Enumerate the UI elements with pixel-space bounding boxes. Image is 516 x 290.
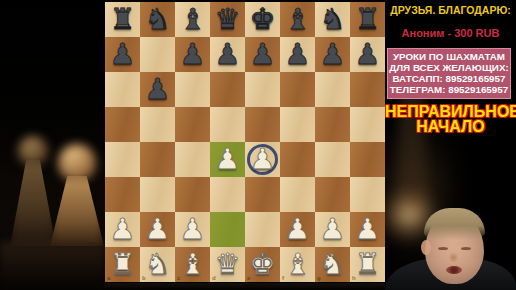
square-d5[interactable] — [210, 107, 245, 142]
square-d3[interactable] — [210, 177, 245, 212]
piece-black-rook[interactable]: ♜ — [350, 2, 385, 37]
square-a4[interactable] — [105, 142, 140, 177]
square-h5[interactable] — [350, 107, 385, 142]
coord-label: d — [212, 275, 216, 281]
piece-white-pawn[interactable]: ♟ — [210, 142, 245, 177]
square-g2[interactable]: ♟ — [315, 212, 350, 247]
headline-line: НАЧАЛО — [385, 119, 516, 134]
coord-label: f — [282, 275, 284, 281]
piece-black-rook[interactable]: ♜ — [105, 2, 140, 37]
piece-black-pawn[interactable]: ♟ — [280, 37, 315, 72]
piece-black-king[interactable]: ♚ — [245, 2, 280, 37]
square-b6[interactable]: ♟ — [140, 72, 175, 107]
square-f3[interactable] — [280, 177, 315, 212]
piece-white-pawn[interactable]: ♟ — [245, 142, 280, 177]
coord-label: h — [352, 275, 356, 281]
piece-black-knight[interactable]: ♞ — [315, 2, 350, 37]
square-c7[interactable]: ♟ — [175, 37, 210, 72]
square-g1[interactable]: ♞g — [315, 247, 350, 282]
coord-label: e — [247, 275, 250, 281]
square-f6[interactable] — [280, 72, 315, 107]
square-b7[interactable] — [140, 37, 175, 72]
coord-label: c — [177, 275, 180, 281]
square-c4[interactable] — [175, 142, 210, 177]
square-h2[interactable]: ♟ — [350, 212, 385, 247]
piece-black-queen[interactable]: ♛ — [210, 2, 245, 37]
square-g8[interactable]: ♞ — [315, 2, 350, 37]
streamer-hair — [424, 208, 485, 240]
board-shadow — [105, 283, 385, 290]
square-g5[interactable] — [315, 107, 350, 142]
square-h6[interactable] — [350, 72, 385, 107]
square-h3[interactable] — [350, 177, 385, 212]
background-chess-photo — [0, 0, 105, 290]
square-b5[interactable] — [140, 107, 175, 142]
piece-white-pawn[interactable]: ♟ — [140, 212, 175, 247]
square-e5[interactable] — [245, 107, 280, 142]
square-h8[interactable]: ♜ — [350, 2, 385, 37]
square-h7[interactable]: ♟ — [350, 37, 385, 72]
piece-white-bishop[interactable]: ♝ — [280, 247, 315, 282]
chess-board: ♜♞♝♛♚♝♞♜♟♟♟♟♟♟♟♟♟♟♟♟♟♟♟♟♜a♞b♝c♛d♚e♝f♞g♜h — [105, 2, 385, 282]
square-a8[interactable]: ♜ — [105, 2, 140, 37]
square-f5[interactable] — [280, 107, 315, 142]
square-f7[interactable]: ♟ — [280, 37, 315, 72]
square-b1[interactable]: ♞b — [140, 247, 175, 282]
square-c5[interactable] — [175, 107, 210, 142]
square-e2[interactable] — [245, 212, 280, 247]
square-d8[interactable]: ♛ — [210, 2, 245, 37]
streamer-nose — [449, 251, 458, 262]
square-a6[interactable] — [105, 72, 140, 107]
piece-white-pawn[interactable]: ♟ — [175, 212, 210, 247]
piece-black-pawn[interactable]: ♟ — [175, 37, 210, 72]
square-d1[interactable]: ♛d — [210, 247, 245, 282]
square-g4[interactable] — [315, 142, 350, 177]
square-a5[interactable] — [105, 107, 140, 142]
stream-frame: ♜♞♝♛♚♝♞♜♟♟♟♟♟♟♟♟♟♟♟♟♟♟♟♟♜a♞b♝c♛d♚e♝f♞g♜h… — [0, 0, 516, 290]
donation-thanks-title: ДРУЗЬЯ. БЛАГОДАРЮ: — [385, 4, 516, 16]
ad-line: ТЕЛЕГРАМ: 89529165957 — [388, 84, 510, 95]
square-c6[interactable] — [175, 72, 210, 107]
square-f2[interactable]: ♟ — [280, 212, 315, 247]
blurred-pawn-icon — [50, 176, 104, 246]
square-g6[interactable] — [315, 72, 350, 107]
square-e3[interactable] — [245, 177, 280, 212]
headline-line: НЕПРАВИЛЬНОЕ — [385, 104, 516, 119]
piece-black-knight[interactable]: ♞ — [140, 2, 175, 37]
square-f4[interactable] — [280, 142, 315, 177]
right-overlay-panel: ДРУЗЬЯ. БЛАГОДАРЮ: Аноним - 300 RUB УРОК… — [385, 0, 516, 290]
square-f8[interactable]: ♝ — [280, 2, 315, 37]
piece-white-pawn[interactable]: ♟ — [350, 212, 385, 247]
square-e7[interactable]: ♟ — [245, 37, 280, 72]
piece-white-pawn[interactable]: ♟ — [105, 212, 140, 247]
piece-black-pawn[interactable]: ♟ — [315, 37, 350, 72]
ad-line: УРОКИ ПО ШАХМАТАМ — [388, 51, 510, 62]
square-a7[interactable]: ♟ — [105, 37, 140, 72]
piece-black-pawn[interactable]: ♟ — [245, 37, 280, 72]
coord-label: b — [142, 275, 146, 281]
square-b4[interactable] — [140, 142, 175, 177]
lessons-ad-box: УРОКИ ПО ШАХМАТАМ ДЛЯ ВСЕХ ЖЕЛАЮЩИХ: ВАТ… — [387, 48, 511, 99]
video-headline: НЕПРАВИЛЬНОЕ НАЧАЛО — [385, 104, 516, 134]
square-b8[interactable]: ♞ — [140, 2, 175, 37]
square-b2[interactable]: ♟ — [140, 212, 175, 247]
square-c3[interactable] — [175, 177, 210, 212]
square-f1[interactable]: ♝f — [280, 247, 315, 282]
square-b3[interactable] — [140, 177, 175, 212]
ad-line: ВАТСАПП: 89529165957 — [388, 73, 510, 84]
square-a3[interactable] — [105, 177, 140, 212]
piece-white-pawn[interactable]: ♟ — [315, 212, 350, 247]
square-g3[interactable] — [315, 177, 350, 212]
square-h4[interactable] — [350, 142, 385, 177]
square-e1[interactable]: ♚e — [245, 247, 280, 282]
piece-black-pawn[interactable]: ♟ — [210, 37, 245, 72]
piece-black-bishop[interactable]: ♝ — [175, 2, 210, 37]
piece-white-pawn[interactable]: ♟ — [280, 212, 315, 247]
streamer-eye — [461, 247, 471, 250]
coord-label: g — [317, 275, 321, 281]
ad-line: ДЛЯ ВСЕХ ЖЕЛАЮЩИХ: — [388, 62, 510, 73]
blurred-pawn-icon — [10, 160, 56, 246]
coord-label: a — [107, 275, 110, 281]
square-c8[interactable]: ♝ — [175, 2, 210, 37]
square-e8[interactable]: ♚ — [245, 2, 280, 37]
piece-black-pawn[interactable]: ♟ — [350, 37, 385, 72]
square-d2[interactable] — [210, 212, 245, 247]
streamer-eye — [438, 247, 448, 250]
piece-black-pawn[interactable]: ♟ — [140, 72, 175, 107]
streamer-mouth — [446, 266, 462, 274]
table-reflection — [0, 242, 105, 290]
square-a1[interactable]: ♜a — [105, 247, 140, 282]
square-g7[interactable]: ♟ — [315, 37, 350, 72]
square-c1[interactable]: ♝c — [175, 247, 210, 282]
square-d4[interactable]: ♟ — [210, 142, 245, 177]
piece-black-bishop[interactable]: ♝ — [280, 2, 315, 37]
square-h1[interactable]: ♜h — [350, 247, 385, 282]
piece-black-pawn[interactable]: ♟ — [105, 37, 140, 72]
square-a2[interactable]: ♟ — [105, 212, 140, 247]
square-d6[interactable] — [210, 72, 245, 107]
square-e4[interactable]: ♟ — [245, 142, 280, 177]
square-c2[interactable]: ♟ — [175, 212, 210, 247]
square-d7[interactable]: ♟ — [210, 37, 245, 72]
square-e6[interactable] — [245, 72, 280, 107]
donation-entry: Аноним - 300 RUB — [385, 27, 516, 39]
